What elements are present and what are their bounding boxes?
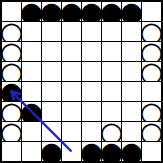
square-a4[interactable]: ● — [2, 82, 21, 101]
square-b6[interactable] — [22, 42, 41, 61]
black-piece[interactable]: ● — [82, 142, 101, 161]
white-piece[interactable]: ○ — [142, 22, 161, 41]
square-c5[interactable] — [42, 62, 61, 81]
square-e7[interactable] — [82, 22, 101, 41]
black-piece[interactable]: ● — [82, 2, 101, 21]
black-piece[interactable]: ● — [122, 142, 141, 161]
white-piece[interactable]: ○ — [142, 122, 161, 141]
square-a3[interactable]: ○ — [2, 102, 21, 121]
square-e4[interactable] — [82, 82, 101, 101]
square-b7[interactable] — [22, 22, 41, 41]
square-a8[interactable] — [2, 2, 21, 21]
square-a1[interactable] — [2, 142, 21, 161]
square-b8[interactable]: ● — [22, 2, 41, 21]
square-f4[interactable] — [102, 82, 121, 101]
white-piece[interactable]: ○ — [102, 122, 121, 141]
square-c7[interactable] — [42, 22, 61, 41]
square-g4[interactable] — [122, 82, 141, 101]
square-g2[interactable] — [122, 122, 141, 141]
square-h8[interactable] — [142, 2, 161, 21]
black-piece[interactable]: ● — [102, 2, 121, 21]
square-c4[interactable] — [42, 82, 61, 101]
square-h6[interactable]: ○ — [142, 42, 161, 61]
square-e8[interactable]: ● — [82, 2, 101, 21]
square-b1[interactable] — [22, 142, 41, 161]
white-piece[interactable]: ○ — [2, 42, 21, 61]
square-h2[interactable]: ○ — [142, 122, 161, 141]
square-c1[interactable]: ● — [42, 142, 61, 161]
square-c8[interactable]: ● — [42, 2, 61, 21]
square-e6[interactable] — [82, 42, 101, 61]
square-d1[interactable] — [62, 142, 81, 161]
square-h3[interactable]: ○ — [142, 102, 161, 121]
black-piece[interactable]: ● — [42, 2, 61, 21]
square-f7[interactable] — [102, 22, 121, 41]
square-a2[interactable]: ○ — [2, 122, 21, 141]
square-a7[interactable]: ○ — [2, 22, 21, 41]
square-d6[interactable] — [62, 42, 81, 61]
square-b4[interactable] — [22, 82, 41, 101]
square-g6[interactable] — [122, 42, 141, 61]
square-d7[interactable] — [62, 22, 81, 41]
black-piece[interactable]: ● — [102, 142, 121, 161]
black-piece[interactable]: ● — [62, 2, 81, 21]
square-g7[interactable] — [122, 22, 141, 41]
square-a6[interactable]: ○ — [2, 42, 21, 61]
square-h7[interactable]: ○ — [142, 22, 161, 41]
square-a5[interactable]: ○ — [2, 62, 21, 81]
square-d4[interactable] — [62, 82, 81, 101]
square-f8[interactable]: ● — [102, 2, 121, 21]
black-piece[interactable]: ● — [42, 142, 61, 161]
square-e5[interactable] — [82, 62, 101, 81]
white-piece[interactable]: ○ — [2, 62, 21, 81]
square-d8[interactable]: ● — [62, 2, 81, 21]
square-b2[interactable] — [22, 122, 41, 141]
square-b5[interactable] — [22, 62, 41, 81]
square-d3[interactable] — [62, 102, 81, 121]
white-piece[interactable]: ○ — [142, 42, 161, 61]
square-g1[interactable]: ● — [122, 142, 141, 161]
square-b3[interactable]: ● — [22, 102, 41, 121]
white-piece[interactable]: ○ — [2, 22, 21, 41]
square-f3[interactable] — [102, 102, 121, 121]
square-f1[interactable]: ● — [102, 142, 121, 161]
white-piece[interactable]: ○ — [142, 62, 161, 81]
black-piece[interactable]: ● — [2, 82, 21, 101]
square-e2[interactable] — [82, 122, 101, 141]
square-h1[interactable] — [142, 142, 161, 161]
loa-board: ●●●●●●○○○○○○●○●○○○○●●●● — [0, 0, 163, 163]
square-e3[interactable] — [82, 102, 101, 121]
square-d2[interactable] — [62, 122, 81, 141]
square-d5[interactable] — [62, 62, 81, 81]
square-g5[interactable] — [122, 62, 141, 81]
white-piece[interactable]: ○ — [142, 102, 161, 121]
square-c2[interactable] — [42, 122, 61, 141]
white-piece[interactable]: ○ — [2, 122, 21, 141]
black-piece[interactable]: ● — [122, 2, 141, 21]
square-f5[interactable] — [102, 62, 121, 81]
square-g8[interactable]: ● — [122, 2, 141, 21]
white-piece[interactable]: ○ — [2, 102, 21, 121]
square-e1[interactable]: ● — [82, 142, 101, 161]
square-h4[interactable] — [142, 82, 161, 101]
square-c6[interactable] — [42, 42, 61, 61]
black-piece[interactable]: ● — [22, 2, 41, 21]
square-f2[interactable]: ○ — [102, 122, 121, 141]
black-piece[interactable]: ● — [22, 102, 41, 121]
square-g3[interactable] — [122, 102, 141, 121]
square-f6[interactable] — [102, 42, 121, 61]
square-h5[interactable]: ○ — [142, 62, 161, 81]
square-c3[interactable] — [42, 102, 61, 121]
